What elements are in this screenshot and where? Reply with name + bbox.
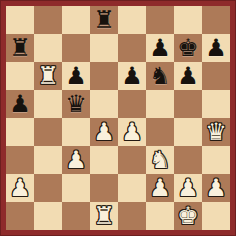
square-a5[interactable]: ♟ <box>6 90 34 118</box>
square-b3[interactable] <box>34 146 62 174</box>
piece-black-pawn[interactable]: ♟ <box>9 90 31 118</box>
piece-white-pawn[interactable]: ♟ <box>149 174 171 202</box>
square-e6[interactable]: ♟ <box>118 62 146 90</box>
square-d4[interactable]: ♟ <box>90 118 118 146</box>
square-b5[interactable] <box>34 90 62 118</box>
square-b1[interactable] <box>34 202 62 230</box>
square-e5[interactable] <box>118 90 146 118</box>
square-h1[interactable] <box>202 202 230 230</box>
square-e3[interactable] <box>118 146 146 174</box>
square-d5[interactable] <box>90 90 118 118</box>
piece-white-king[interactable]: ♚ <box>177 202 199 230</box>
piece-white-pawn[interactable]: ♟ <box>65 146 87 174</box>
piece-white-rook[interactable]: ♜ <box>37 62 59 90</box>
square-d8[interactable]: ♜ <box>90 6 118 34</box>
square-f3[interactable]: ♞ <box>146 146 174 174</box>
square-f2[interactable]: ♟ <box>146 174 174 202</box>
square-g4[interactable] <box>174 118 202 146</box>
square-a6[interactable] <box>6 62 34 90</box>
square-b4[interactable] <box>34 118 62 146</box>
piece-white-pawn[interactable]: ♟ <box>121 118 143 146</box>
square-a7[interactable]: ♜ <box>6 34 34 62</box>
piece-black-pawn[interactable]: ♟ <box>149 34 171 62</box>
piece-black-knight[interactable]: ♞ <box>149 62 171 90</box>
piece-white-queen[interactable]: ♛ <box>205 118 227 146</box>
square-b7[interactable] <box>34 34 62 62</box>
piece-black-rook[interactable]: ♜ <box>9 34 31 62</box>
square-c1[interactable] <box>62 202 90 230</box>
piece-black-pawn[interactable]: ♟ <box>177 62 199 90</box>
square-g8[interactable] <box>174 6 202 34</box>
square-d1[interactable]: ♜ <box>90 202 118 230</box>
square-a2[interactable]: ♟ <box>6 174 34 202</box>
square-d2[interactable] <box>90 174 118 202</box>
square-c7[interactable] <box>62 34 90 62</box>
square-f7[interactable]: ♟ <box>146 34 174 62</box>
square-h6[interactable] <box>202 62 230 90</box>
square-d3[interactable] <box>90 146 118 174</box>
piece-black-pawn[interactable]: ♟ <box>205 34 227 62</box>
square-h7[interactable]: ♟ <box>202 34 230 62</box>
square-c8[interactable] <box>62 6 90 34</box>
square-g6[interactable]: ♟ <box>174 62 202 90</box>
piece-white-pawn[interactable]: ♟ <box>177 174 199 202</box>
square-f5[interactable] <box>146 90 174 118</box>
square-g1[interactable]: ♚ <box>174 202 202 230</box>
square-h4[interactable]: ♛ <box>202 118 230 146</box>
square-d7[interactable] <box>90 34 118 62</box>
square-g7[interactable]: ♚ <box>174 34 202 62</box>
piece-black-rook[interactable]: ♜ <box>93 6 115 34</box>
square-h5[interactable] <box>202 90 230 118</box>
square-c4[interactable] <box>62 118 90 146</box>
piece-white-pawn[interactable]: ♟ <box>9 174 31 202</box>
piece-white-knight[interactable]: ♞ <box>149 146 171 174</box>
piece-white-pawn[interactable]: ♟ <box>93 118 115 146</box>
square-f1[interactable] <box>146 202 174 230</box>
square-f4[interactable] <box>146 118 174 146</box>
square-c2[interactable] <box>62 174 90 202</box>
square-e8[interactable] <box>118 6 146 34</box>
square-a3[interactable] <box>6 146 34 174</box>
piece-black-pawn[interactable]: ♟ <box>121 62 143 90</box>
square-h8[interactable] <box>202 6 230 34</box>
square-c3[interactable]: ♟ <box>62 146 90 174</box>
square-g3[interactable] <box>174 146 202 174</box>
square-h2[interactable]: ♟ <box>202 174 230 202</box>
square-c6[interactable]: ♟ <box>62 62 90 90</box>
piece-white-rook[interactable]: ♜ <box>93 202 115 230</box>
chess-board: ♜♜♟♚♟♜♟♟♞♟♟♛♟♟♛♟♞♟♟♟♟♜♚ <box>6 6 230 230</box>
piece-white-pawn[interactable]: ♟ <box>205 174 227 202</box>
piece-black-queen[interactable]: ♛ <box>65 90 87 118</box>
square-h3[interactable] <box>202 146 230 174</box>
square-b6[interactable]: ♜ <box>34 62 62 90</box>
square-b8[interactable] <box>34 6 62 34</box>
square-e1[interactable] <box>118 202 146 230</box>
square-a1[interactable] <box>6 202 34 230</box>
square-g5[interactable] <box>174 90 202 118</box>
square-a8[interactable] <box>6 6 34 34</box>
square-g2[interactable]: ♟ <box>174 174 202 202</box>
chess-board-frame: ♜♜♟♚♟♜♟♟♞♟♟♛♟♟♛♟♞♟♟♟♟♜♚ <box>0 0 236 236</box>
square-d6[interactable] <box>90 62 118 90</box>
square-c5[interactable]: ♛ <box>62 90 90 118</box>
square-e7[interactable] <box>118 34 146 62</box>
piece-black-pawn[interactable]: ♟ <box>65 62 87 90</box>
piece-black-king[interactable]: ♚ <box>177 34 199 62</box>
square-f6[interactable]: ♞ <box>146 62 174 90</box>
square-b2[interactable] <box>34 174 62 202</box>
square-f8[interactable] <box>146 6 174 34</box>
square-a4[interactable] <box>6 118 34 146</box>
square-e4[interactable]: ♟ <box>118 118 146 146</box>
square-e2[interactable] <box>118 174 146 202</box>
